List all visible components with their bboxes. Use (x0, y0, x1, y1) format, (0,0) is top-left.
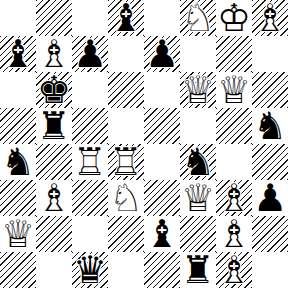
square-g6[interactable]: ♛♕ (216, 72, 252, 108)
chess-board: ♝♞♘♚♔♝♗♝♝♗♟♟♚♛♕♛♕♜♞♞♜♖♜♖♞♝♗♞♘♛♕♝♗♟♛♕♝♝♗♛… (0, 0, 288, 288)
square-e4[interactable] (144, 144, 180, 180)
piece-black-rook-icon: ♜ (180, 252, 216, 288)
piece-white-bishop-icon: ♗ (36, 36, 72, 72)
piece-white-bishop-backing: ♝ (216, 216, 252, 252)
square-e7[interactable]: ♟ (144, 36, 180, 72)
piece-white-queen-icon: ♕ (180, 72, 216, 108)
piece-white-knight-icon: ♘ (108, 180, 144, 216)
piece-white-knight-icon: ♘ (180, 0, 216, 36)
piece-white-queen-icon: ♕ (180, 180, 216, 216)
square-f6[interactable]: ♛♕ (180, 72, 216, 108)
square-f5[interactable] (180, 108, 216, 144)
piece-black-pawn-icon: ♟ (144, 36, 180, 72)
square-f2[interactable] (180, 216, 216, 252)
square-e2[interactable]: ♝ (144, 216, 180, 252)
square-g3[interactable]: ♝♗ (216, 180, 252, 216)
piece-black-queen-icon: ♛ (72, 252, 108, 288)
square-c3[interactable] (72, 180, 108, 216)
square-h7[interactable] (252, 36, 288, 72)
piece-white-bishop-icon: ♗ (36, 180, 72, 216)
square-g7[interactable] (216, 36, 252, 72)
square-f8[interactable]: ♞♘ (180, 0, 216, 36)
square-h4[interactable] (252, 144, 288, 180)
piece-black-knight-icon: ♞ (0, 144, 36, 180)
piece-white-bishop-backing: ♝ (216, 180, 252, 216)
square-e1[interactable] (144, 252, 180, 288)
piece-black-bishop-icon: ♝ (144, 216, 180, 252)
square-a7[interactable]: ♝ (0, 36, 36, 72)
piece-white-rook-backing: ♜ (108, 144, 144, 180)
square-f4[interactable]: ♞ (180, 144, 216, 180)
piece-white-bishop-backing: ♝ (252, 0, 288, 36)
square-a5[interactable] (0, 108, 36, 144)
square-e6[interactable] (144, 72, 180, 108)
square-b2[interactable] (36, 216, 72, 252)
square-a8[interactable] (0, 0, 36, 36)
square-f3[interactable]: ♛♕ (180, 180, 216, 216)
square-h6[interactable] (252, 72, 288, 108)
piece-white-knight-backing: ♞ (108, 180, 144, 216)
piece-white-bishop-backing: ♝ (216, 252, 252, 288)
piece-black-pawn-icon: ♟ (72, 36, 108, 72)
piece-white-queen-backing: ♛ (180, 72, 216, 108)
square-h3[interactable]: ♟ (252, 180, 288, 216)
piece-white-queen-icon: ♕ (0, 216, 36, 252)
piece-black-pawn-icon: ♟ (252, 180, 288, 216)
square-h2[interactable] (252, 216, 288, 252)
square-h8[interactable]: ♝♗ (252, 0, 288, 36)
square-h5[interactable]: ♞ (252, 108, 288, 144)
piece-black-bishop-icon: ♝ (0, 36, 36, 72)
square-a6[interactable] (0, 72, 36, 108)
square-b8[interactable] (36, 0, 72, 36)
square-a3[interactable] (0, 180, 36, 216)
square-d3[interactable]: ♞♘ (108, 180, 144, 216)
square-c8[interactable] (72, 0, 108, 36)
piece-black-king-icon: ♚ (36, 72, 72, 108)
square-g1[interactable]: ♝♗ (216, 252, 252, 288)
piece-white-king-backing: ♚ (216, 0, 252, 36)
square-c5[interactable] (72, 108, 108, 144)
square-g2[interactable]: ♝♗ (216, 216, 252, 252)
piece-black-knight-icon: ♞ (180, 144, 216, 180)
square-h1[interactable] (252, 252, 288, 288)
square-a2[interactable]: ♛♕ (0, 216, 36, 252)
square-a1[interactable] (0, 252, 36, 288)
square-f7[interactable] (180, 36, 216, 72)
square-g5[interactable] (216, 108, 252, 144)
piece-white-queen-backing: ♛ (180, 180, 216, 216)
piece-black-bishop-icon: ♝ (108, 0, 144, 36)
piece-white-bishop-icon: ♗ (216, 180, 252, 216)
square-d4[interactable]: ♜♖ (108, 144, 144, 180)
square-b3[interactable]: ♝♗ (36, 180, 72, 216)
piece-white-rook-backing: ♜ (72, 144, 108, 180)
square-c1[interactable]: ♛ (72, 252, 108, 288)
piece-white-king-icon: ♔ (216, 0, 252, 36)
square-a4[interactable]: ♞ (0, 144, 36, 180)
square-d7[interactable] (108, 36, 144, 72)
square-b7[interactable]: ♝♗ (36, 36, 72, 72)
piece-white-rook-icon: ♖ (108, 144, 144, 180)
square-e5[interactable] (144, 108, 180, 144)
piece-white-queen-backing: ♛ (216, 72, 252, 108)
square-d2[interactable] (108, 216, 144, 252)
square-d5[interactable] (108, 108, 144, 144)
piece-white-queen-backing: ♛ (0, 216, 36, 252)
square-d8[interactable]: ♝ (108, 0, 144, 36)
square-b4[interactable] (36, 144, 72, 180)
square-g4[interactable] (216, 144, 252, 180)
square-e8[interactable] (144, 0, 180, 36)
piece-white-bishop-icon: ♗ (216, 216, 252, 252)
piece-white-rook-icon: ♖ (72, 144, 108, 180)
piece-white-bishop-icon: ♗ (216, 252, 252, 288)
square-c7[interactable]: ♟ (72, 36, 108, 72)
piece-white-knight-backing: ♞ (180, 0, 216, 36)
square-e3[interactable] (144, 180, 180, 216)
piece-black-rook-icon: ♜ (36, 108, 72, 144)
square-b6[interactable]: ♚ (36, 72, 72, 108)
square-d1[interactable] (108, 252, 144, 288)
piece-white-queen-icon: ♕ (216, 72, 252, 108)
piece-white-bishop-backing: ♝ (36, 180, 72, 216)
square-c2[interactable] (72, 216, 108, 252)
piece-black-knight-icon: ♞ (252, 108, 288, 144)
square-b1[interactable] (36, 252, 72, 288)
piece-white-bishop-icon: ♗ (252, 0, 288, 36)
square-c6[interactable] (72, 72, 108, 108)
square-g8[interactable]: ♚♔ (216, 0, 252, 36)
piece-white-bishop-backing: ♝ (36, 36, 72, 72)
square-b5[interactable]: ♜ (36, 108, 72, 144)
square-f1[interactable]: ♜ (180, 252, 216, 288)
square-c4[interactable]: ♜♖ (72, 144, 108, 180)
square-d6[interactable] (108, 72, 144, 108)
